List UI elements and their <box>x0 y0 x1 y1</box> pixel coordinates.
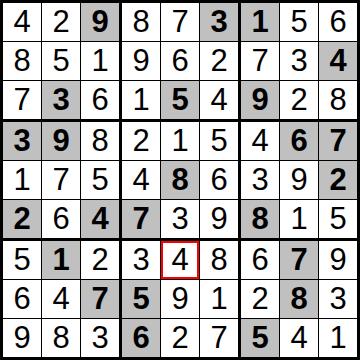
cell-r3c7[interactable]: 9 <box>241 81 280 122</box>
cell-r7c1[interactable]: 5 <box>3 241 42 280</box>
cell-r1c7[interactable]: 1 <box>241 3 280 42</box>
cell-r4c1[interactable]: 3 <box>3 122 42 161</box>
cell-r9c8[interactable]: 4 <box>280 319 319 357</box>
cell-r7c7[interactable]: 6 <box>241 241 280 280</box>
cell-r8c4[interactable]: 5 <box>122 280 161 319</box>
cell-r7c5[interactable]: 4 <box>161 241 200 280</box>
cell-r7c9[interactable]: 9 <box>319 241 357 280</box>
cell-r6c2[interactable]: 6 <box>42 200 81 241</box>
cell-r2c5[interactable]: 6 <box>161 42 200 81</box>
cell-r3c8[interactable]: 2 <box>280 81 319 122</box>
cell-r8c6[interactable]: 1 <box>200 280 241 319</box>
cell-r3c5[interactable]: 5 <box>161 81 200 122</box>
cell-r3c1[interactable]: 7 <box>3 81 42 122</box>
cell-r2c2[interactable]: 5 <box>42 42 81 81</box>
cell-r3c3[interactable]: 6 <box>81 81 122 122</box>
cell-r2c8[interactable]: 3 <box>280 42 319 81</box>
cell-r9c3[interactable]: 3 <box>81 319 122 357</box>
cell-r4c5[interactable]: 1 <box>161 122 200 161</box>
cell-r8c5[interactable]: 9 <box>161 280 200 319</box>
cell-r5c1[interactable]: 1 <box>3 161 42 200</box>
cell-r9c6[interactable]: 7 <box>200 319 241 357</box>
cell-r9c2[interactable]: 8 <box>42 319 81 357</box>
cell-r4c4[interactable]: 2 <box>122 122 161 161</box>
cell-r8c2[interactable]: 4 <box>42 280 81 319</box>
cell-r1c9[interactable]: 6 <box>319 3 357 42</box>
cell-r9c9[interactable]: 1 <box>319 319 357 357</box>
cell-r9c1[interactable]: 9 <box>3 319 42 357</box>
cell-r2c7[interactable]: 7 <box>241 42 280 81</box>
cell-r2c3[interactable]: 1 <box>81 42 122 81</box>
cell-r2c6[interactable]: 2 <box>200 42 241 81</box>
cell-r3c6[interactable]: 4 <box>200 81 241 122</box>
cell-r9c4[interactable]: 6 <box>122 319 161 357</box>
cell-r6c1[interactable]: 2 <box>3 200 42 241</box>
cell-r5c7[interactable]: 3 <box>241 161 280 200</box>
cell-r7c3[interactable]: 2 <box>81 241 122 280</box>
cell-r8c3[interactable]: 7 <box>81 280 122 319</box>
cell-r7c2[interactable]: 1 <box>42 241 81 280</box>
cell-r4c6[interactable]: 5 <box>200 122 241 161</box>
cell-r1c3[interactable]: 9 <box>81 3 122 42</box>
cell-r4c9[interactable]: 7 <box>319 122 357 161</box>
cell-r2c4[interactable]: 9 <box>122 42 161 81</box>
cell-r5c6[interactable]: 6 <box>200 161 241 200</box>
cell-r7c4[interactable]: 3 <box>122 241 161 280</box>
cell-r5c8[interactable]: 9 <box>280 161 319 200</box>
cell-r8c9[interactable]: 3 <box>319 280 357 319</box>
cell-r6c3[interactable]: 4 <box>81 200 122 241</box>
cell-r6c9[interactable]: 5 <box>319 200 357 241</box>
cell-r6c4[interactable]: 7 <box>122 200 161 241</box>
cell-r4c8[interactable]: 6 <box>280 122 319 161</box>
cell-r6c7[interactable]: 8 <box>241 200 280 241</box>
cell-r2c1[interactable]: 8 <box>3 42 42 81</box>
cell-r4c7[interactable]: 4 <box>241 122 280 161</box>
cell-r4c2[interactable]: 9 <box>42 122 81 161</box>
cell-r6c6[interactable]: 9 <box>200 200 241 241</box>
cell-r5c4[interactable]: 4 <box>122 161 161 200</box>
cell-r1c5[interactable]: 7 <box>161 3 200 42</box>
cell-r1c2[interactable]: 2 <box>42 3 81 42</box>
cell-r4c3[interactable]: 8 <box>81 122 122 161</box>
cell-r3c4[interactable]: 1 <box>122 81 161 122</box>
cell-r5c9[interactable]: 2 <box>319 161 357 200</box>
cell-r5c2[interactable]: 7 <box>42 161 81 200</box>
cell-r8c1[interactable]: 6 <box>3 280 42 319</box>
cell-r1c8[interactable]: 5 <box>280 3 319 42</box>
cell-r7c8[interactable]: 7 <box>280 241 319 280</box>
cell-r6c5[interactable]: 3 <box>161 200 200 241</box>
cell-r9c5[interactable]: 2 <box>161 319 200 357</box>
cell-r7c6[interactable]: 8 <box>200 241 241 280</box>
sudoku-board: 4298731568519627347361549283982154671754… <box>0 0 360 360</box>
cell-r1c1[interactable]: 4 <box>3 3 42 42</box>
cell-r5c5[interactable]: 8 <box>161 161 200 200</box>
cell-r3c2[interactable]: 3 <box>42 81 81 122</box>
cell-r9c7[interactable]: 5 <box>241 319 280 357</box>
cell-r2c9[interactable]: 4 <box>319 42 357 81</box>
cell-r5c3[interactable]: 5 <box>81 161 122 200</box>
cell-r6c8[interactable]: 1 <box>280 200 319 241</box>
cell-r8c8[interactable]: 8 <box>280 280 319 319</box>
cell-r1c4[interactable]: 8 <box>122 3 161 42</box>
cell-r8c7[interactable]: 2 <box>241 280 280 319</box>
cell-r1c6[interactable]: 3 <box>200 3 241 42</box>
cell-r3c9[interactable]: 8 <box>319 81 357 122</box>
